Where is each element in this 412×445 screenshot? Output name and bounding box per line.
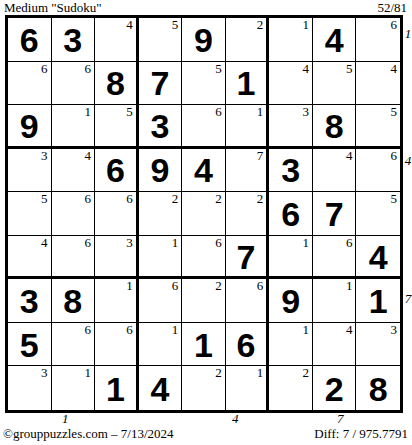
pencil-mark: 1 bbox=[172, 236, 179, 250]
col-marker-7: 7 bbox=[337, 411, 344, 427]
pencil-mark: 6 bbox=[85, 323, 92, 337]
cell-r6c1[interactable]: 4 bbox=[8, 236, 52, 280]
cell-r6c4[interactable]: 1 bbox=[139, 236, 183, 280]
page-title: Medium "Sudoku" bbox=[4, 0, 102, 16]
cell-r2c3[interactable]: 8 bbox=[95, 62, 139, 106]
pencil-mark: 6 bbox=[215, 236, 222, 250]
cell-r4c1[interactable]: 3 bbox=[8, 149, 52, 193]
pencil-mark: 5 bbox=[346, 62, 353, 76]
given-digit: 6 bbox=[237, 327, 256, 362]
row-marker-4: 4 bbox=[404, 153, 412, 169]
given-digit: 3 bbox=[20, 283, 39, 318]
cell-r6c3[interactable]: 3 bbox=[95, 236, 139, 280]
cell-r8c7[interactable]: 1 bbox=[269, 323, 313, 367]
cell-r9c7[interactable]: 2 bbox=[269, 366, 313, 410]
cell-r9c9[interactable]: 8 bbox=[356, 366, 400, 410]
given-digit: 3 bbox=[63, 22, 82, 57]
given-digit: 8 bbox=[325, 108, 344, 143]
col-marker-4: 4 bbox=[232, 411, 239, 427]
cell-r2c7[interactable]: 4 bbox=[269, 62, 313, 106]
cell-r8c8[interactable]: 4 bbox=[313, 323, 357, 367]
cell-r3c3[interactable]: 5 bbox=[95, 105, 139, 149]
row-marker-1: 1 bbox=[404, 26, 412, 42]
pencil-mark: 1 bbox=[346, 279, 353, 293]
cell-r1c7[interactable]: 1 bbox=[269, 18, 313, 62]
pencil-mark: 6 bbox=[126, 192, 133, 206]
given-digit: 7 bbox=[325, 196, 344, 231]
given-digit: 6 bbox=[106, 152, 125, 187]
pencil-mark: 2 bbox=[215, 366, 222, 380]
cell-r9c8[interactable]: 2 bbox=[313, 366, 357, 410]
given-digit: 8 bbox=[369, 371, 388, 406]
cell-r4c2[interactable]: 4 bbox=[52, 149, 96, 193]
cell-r7c9[interactable]: 1 bbox=[356, 279, 400, 323]
cell-r4c5[interactable]: 4 bbox=[182, 149, 226, 193]
pencil-mark: 6 bbox=[41, 62, 48, 76]
given-digit: 3 bbox=[150, 108, 169, 143]
pencil-mark: 4 bbox=[391, 62, 398, 76]
cell-r8c1[interactable]: 5 bbox=[8, 323, 52, 367]
cell-r6c6[interactable]: 7 bbox=[226, 236, 270, 280]
cell-r4c4[interactable]: 9 bbox=[139, 149, 183, 193]
cell-r9c6[interactable]: 1 bbox=[226, 366, 270, 410]
copyright-date: ©grouppuzzles.com – 7/13/2024 bbox=[3, 426, 174, 442]
pencil-mark: 5 bbox=[215, 62, 222, 76]
pencil-mark: 5 bbox=[391, 192, 398, 206]
cell-r2c6[interactable]: 1 bbox=[226, 62, 270, 106]
cell-r2c2[interactable]: 6 bbox=[52, 62, 96, 106]
pencil-mark: 1 bbox=[257, 366, 264, 380]
pencil-mark: 4 bbox=[126, 18, 133, 32]
cell-r9c2[interactable]: 1 bbox=[52, 366, 96, 410]
cell-r4c8[interactable]: 4 bbox=[313, 149, 357, 193]
pencil-mark: 1 bbox=[85, 105, 92, 119]
cell-r6c9[interactable]: 4 bbox=[356, 236, 400, 280]
cell-r5c1[interactable]: 5 bbox=[8, 192, 52, 236]
cell-r5c6[interactable]: 2 bbox=[226, 192, 270, 236]
cell-r1c8[interactable]: 4 bbox=[313, 18, 357, 62]
pencil-mark: 6 bbox=[172, 279, 179, 293]
given-digit: 9 bbox=[150, 152, 169, 187]
cell-r8c9[interactable]: 3 bbox=[356, 323, 400, 367]
cell-r7c4[interactable]: 6 bbox=[139, 279, 183, 323]
pencil-mark: 4 bbox=[302, 62, 309, 76]
pencil-mark: 3 bbox=[126, 236, 133, 250]
cell-r7c8[interactable]: 1 bbox=[313, 279, 357, 323]
given-digit: 9 bbox=[281, 283, 300, 318]
pencil-mark: 6 bbox=[391, 149, 398, 163]
cell-r7c5[interactable]: 2 bbox=[182, 279, 226, 323]
given-digit: 4 bbox=[325, 22, 344, 57]
pencil-mark: 2 bbox=[215, 192, 222, 206]
cell-r3c1[interactable]: 9 bbox=[8, 105, 52, 149]
given-digit: 5 bbox=[20, 327, 39, 362]
cell-r2c4[interactable]: 7 bbox=[139, 62, 183, 106]
pencil-mark: 4 bbox=[85, 149, 92, 163]
given-digit: 4 bbox=[194, 152, 213, 187]
remaining-counter: 52/81 bbox=[377, 0, 407, 16]
pencil-mark: 6 bbox=[257, 279, 264, 293]
cell-r9c1[interactable]: 3 bbox=[8, 366, 52, 410]
cell-r7c3[interactable]: 1 bbox=[95, 279, 139, 323]
cell-r7c2[interactable]: 8 bbox=[52, 279, 96, 323]
pencil-mark: 6 bbox=[85, 62, 92, 76]
given-digit: 7 bbox=[237, 239, 256, 274]
cell-r5c9[interactable]: 5 bbox=[356, 192, 400, 236]
cell-r8c6[interactable]: 6 bbox=[226, 323, 270, 367]
cell-r7c1[interactable]: 3 bbox=[8, 279, 52, 323]
cell-r6c8[interactable]: 6 bbox=[313, 236, 357, 280]
cell-r5c7[interactable]: 6 bbox=[269, 192, 313, 236]
cell-r6c2[interactable]: 6 bbox=[52, 236, 96, 280]
cell-r8c2[interactable]: 6 bbox=[52, 323, 96, 367]
pencil-mark: 2 bbox=[257, 192, 264, 206]
cell-r6c5[interactable]: 6 bbox=[182, 236, 226, 280]
cell-r4c3[interactable]: 6 bbox=[95, 149, 139, 193]
cell-r4c6[interactable]: 7 bbox=[226, 149, 270, 193]
cell-r3c9[interactable]: 5 bbox=[356, 105, 400, 149]
cell-r3c2[interactable]: 1 bbox=[52, 105, 96, 149]
cell-r2c1[interactable]: 6 bbox=[8, 62, 52, 106]
cell-r1c3[interactable]: 4 bbox=[95, 18, 139, 62]
given-digit: 3 bbox=[281, 152, 300, 187]
cell-r5c8[interactable]: 7 bbox=[313, 192, 357, 236]
cell-r1c1[interactable]: 6 bbox=[8, 18, 52, 62]
pencil-mark: 5 bbox=[172, 18, 179, 32]
given-digit: 1 bbox=[194, 327, 213, 362]
pencil-mark: 6 bbox=[85, 192, 92, 206]
pencil-mark: 5 bbox=[126, 105, 133, 119]
cell-r5c5[interactable]: 2 bbox=[182, 192, 226, 236]
cell-r1c6[interactable]: 2 bbox=[226, 18, 270, 62]
pencil-mark: 3 bbox=[302, 105, 309, 119]
cell-r7c6[interactable]: 6 bbox=[226, 279, 270, 323]
given-digit: 6 bbox=[281, 196, 300, 231]
cell-r9c3[interactable]: 1 bbox=[95, 366, 139, 410]
cell-r5c2[interactable]: 6 bbox=[52, 192, 96, 236]
pencil-mark: 1 bbox=[85, 366, 92, 380]
difficulty-rating: Diff: 7 / 975.7791 bbox=[314, 426, 408, 442]
pencil-mark: 7 bbox=[257, 149, 264, 163]
given-digit: 4 bbox=[150, 371, 169, 406]
given-digit: 6 bbox=[20, 22, 39, 57]
given-digit: 9 bbox=[20, 108, 39, 143]
pencil-mark: 6 bbox=[126, 323, 133, 337]
cell-r3c8[interactable]: 8 bbox=[313, 105, 357, 149]
pencil-mark: 4 bbox=[346, 149, 353, 163]
pencil-mark: 2 bbox=[257, 18, 264, 32]
cell-r5c3[interactable]: 6 bbox=[95, 192, 139, 236]
pencil-mark: 3 bbox=[41, 366, 48, 380]
pencil-mark: 2 bbox=[172, 192, 179, 206]
given-digit: 2 bbox=[325, 371, 344, 406]
pencil-mark: 1 bbox=[172, 323, 179, 337]
given-digit: 9 bbox=[194, 22, 213, 57]
cell-r4c7[interactable]: 3 bbox=[269, 149, 313, 193]
pencil-mark: 1 bbox=[302, 323, 309, 337]
pencil-mark: 3 bbox=[41, 149, 48, 163]
cell-r1c5[interactable]: 9 bbox=[182, 18, 226, 62]
cell-r1c9[interactable]: 6 bbox=[356, 18, 400, 62]
cell-r1c2[interactable]: 3 bbox=[52, 18, 96, 62]
cell-r2c8[interactable]: 5 bbox=[313, 62, 357, 106]
pencil-mark: 2 bbox=[302, 366, 309, 380]
sudoku-board: 6345921466687514549153613853469473465662… bbox=[5, 15, 403, 413]
cell-r9c4[interactable]: 4 bbox=[139, 366, 183, 410]
pencil-mark: 5 bbox=[391, 105, 398, 119]
cell-r3c7[interactable]: 3 bbox=[269, 105, 313, 149]
pencil-mark: 6 bbox=[85, 236, 92, 250]
pencil-mark: 1 bbox=[302, 236, 309, 250]
given-digit: 8 bbox=[106, 65, 125, 100]
pencil-mark: 4 bbox=[41, 236, 48, 250]
cell-r8c4[interactable]: 1 bbox=[139, 323, 183, 367]
given-digit: 7 bbox=[150, 65, 169, 100]
cell-r8c3[interactable]: 6 bbox=[95, 323, 139, 367]
cell-r3c5[interactable]: 6 bbox=[182, 105, 226, 149]
pencil-mark: 1 bbox=[126, 279, 133, 293]
pencil-mark: 1 bbox=[257, 105, 264, 119]
col-marker-1: 1 bbox=[62, 411, 69, 427]
given-digit: 1 bbox=[237, 65, 256, 100]
given-digit: 1 bbox=[369, 283, 388, 318]
given-digit: 8 bbox=[63, 283, 82, 318]
row-marker-7: 7 bbox=[404, 291, 412, 307]
pencil-mark: 1 bbox=[302, 18, 309, 32]
pencil-mark: 6 bbox=[346, 236, 353, 250]
cell-r5c4[interactable]: 2 bbox=[139, 192, 183, 236]
cell-r7c7[interactable]: 9 bbox=[269, 279, 313, 323]
cell-r2c9[interactable]: 4 bbox=[356, 62, 400, 106]
pencil-mark: 2 bbox=[215, 279, 222, 293]
cell-r6c7[interactable]: 1 bbox=[269, 236, 313, 280]
cell-r9c5[interactable]: 2 bbox=[182, 366, 226, 410]
pencil-mark: 6 bbox=[391, 18, 398, 32]
cell-r1c4[interactable]: 5 bbox=[139, 18, 183, 62]
pencil-mark: 5 bbox=[41, 192, 48, 206]
cell-r8c5[interactable]: 1 bbox=[182, 323, 226, 367]
cell-r2c5[interactable]: 5 bbox=[182, 62, 226, 106]
pencil-mark: 4 bbox=[346, 323, 353, 337]
pencil-mark: 3 bbox=[391, 323, 398, 337]
cell-r3c4[interactable]: 3 bbox=[139, 105, 183, 149]
cell-r4c9[interactable]: 6 bbox=[356, 149, 400, 193]
given-digit: 4 bbox=[369, 239, 388, 274]
pencil-mark: 6 bbox=[215, 105, 222, 119]
given-digit: 1 bbox=[106, 371, 125, 406]
cell-r3c6[interactable]: 1 bbox=[226, 105, 270, 149]
